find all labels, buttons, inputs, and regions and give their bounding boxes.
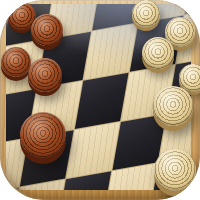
checker-cream[interactable] — [154, 149, 196, 191]
checker-cream[interactable] — [153, 86, 193, 126]
checker-brown[interactable] — [1, 47, 31, 77]
checker-cream[interactable] — [142, 37, 174, 69]
pieces-layer — [0, 0, 200, 200]
board-square[interactable] — [6, 4, 16, 6]
checker-cream[interactable] — [132, 0, 160, 28]
screenshot — [0, 0, 200, 200]
checker-brown[interactable] — [31, 14, 63, 46]
app-icon[interactable] — [0, 0, 200, 200]
checker-brown[interactable] — [20, 112, 66, 158]
checker-brown[interactable] — [28, 58, 62, 92]
